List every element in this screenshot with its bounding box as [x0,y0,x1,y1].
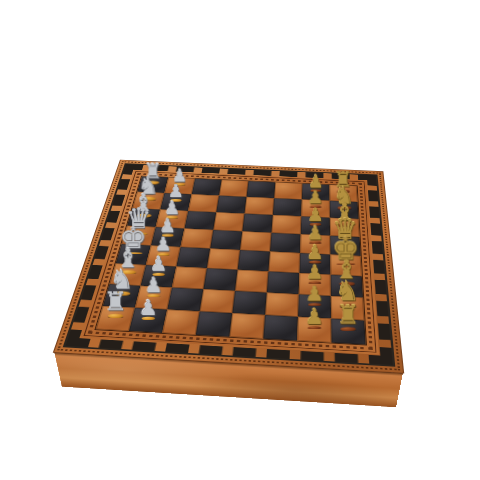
square-d3[interactable] [180,228,213,248]
piece-black-rook[interactable]: ♜ [331,298,365,332]
square-f4[interactable] [203,268,237,291]
square-g3[interactable] [167,287,203,311]
piece-wood-base [142,316,155,320]
piece-wood-base [340,327,355,332]
piece-white-rook[interactable]: ♜ [99,285,132,318]
square-d5[interactable] [240,231,271,251]
square-g4[interactable] [200,289,235,313]
square-a3[interactable] [192,179,222,196]
square-c6[interactable] [271,215,301,234]
black-rook-icon: ♜ [337,303,360,327]
piece-wood-base [308,326,321,330]
chess-box-assembly: ♜♟♟♜♞♟♟♞♝♟♟♝♛♟♟♛♚♟♟♚♝♟♟♝♞♟♟♞♜♟♟♜ [54,160,403,372]
square-c4[interactable] [213,212,244,231]
piece-white-pawn[interactable]: ♟ [132,287,165,320]
black-pawn-icon: ♟ [305,306,324,326]
chessboard: ♜♟♟♜♞♟♟♞♝♟♟♝♛♟♟♛♚♟♟♚♝♟♟♝♞♟♟♞♜♟♟♜ [96,176,366,344]
square-g5[interactable] [232,291,267,315]
white-rook-icon: ♜ [104,290,127,314]
scene: ♜♟♟♜♞♟♟♞♝♟♟♝♛♟♟♛♚♟♟♚♝♟♟♝♞♟♟♞♜♟♟♜ [0,0,480,480]
square-h5[interactable] [229,313,265,339]
square-g6[interactable] [265,292,299,316]
square-f6[interactable] [267,271,300,294]
square-f5[interactable] [235,270,268,293]
square-a4[interactable] [219,180,248,197]
square-a5[interactable] [247,181,276,198]
piece-black-pawn[interactable]: ♟ [298,296,332,330]
square-d6[interactable] [270,233,301,253]
white-pawn-icon: ♟ [139,297,158,317]
square-c3[interactable] [184,211,216,230]
square-f3[interactable] [172,267,207,289]
square-h2[interactable]: ♟ [129,308,167,333]
piece-wood-base [108,314,123,319]
